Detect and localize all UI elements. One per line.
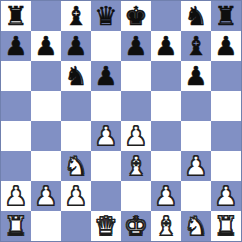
square-c5[interactable] (61, 91, 91, 121)
white-pawn-icon[interactable]: ♟ (184, 153, 207, 179)
black-queen-icon[interactable]: ♛ (94, 3, 117, 29)
square-c3[interactable]: ♞ (61, 151, 91, 181)
square-b5[interactable] (31, 91, 61, 121)
black-bishop-icon[interactable]: ♝ (184, 33, 207, 59)
square-e2[interactable] (121, 181, 151, 211)
square-c4[interactable] (61, 121, 91, 151)
square-b1[interactable] (31, 211, 61, 241)
square-c1[interactable] (61, 211, 91, 241)
square-a4[interactable] (1, 121, 31, 151)
square-h3[interactable] (211, 151, 241, 181)
square-c8[interactable]: ♝ (61, 1, 91, 31)
square-g3[interactable]: ♟ (181, 151, 211, 181)
white-pawn-icon[interactable]: ♟ (154, 183, 177, 209)
square-g1[interactable]: ♞ (181, 211, 211, 241)
white-king-icon[interactable]: ♚ (124, 213, 147, 239)
square-d4[interactable]: ♟ (91, 121, 121, 151)
square-b6[interactable] (31, 61, 61, 91)
square-h2[interactable]: ♟ (211, 181, 241, 211)
square-f4[interactable] (151, 121, 181, 151)
square-f3[interactable] (151, 151, 181, 181)
square-h6[interactable] (211, 61, 241, 91)
square-b7[interactable]: ♟ (31, 31, 61, 61)
square-g8[interactable]: ♞ (181, 1, 211, 31)
black-king-icon[interactable]: ♚ (124, 3, 147, 29)
square-g2[interactable] (181, 181, 211, 211)
square-b8[interactable] (31, 1, 61, 31)
square-a1[interactable]: ♜ (1, 211, 31, 241)
square-d6[interactable]: ♟ (91, 61, 121, 91)
black-pawn-icon[interactable]: ♟ (94, 63, 117, 89)
square-a6[interactable] (1, 61, 31, 91)
square-d3[interactable] (91, 151, 121, 181)
square-d5[interactable] (91, 91, 121, 121)
square-d8[interactable]: ♛ (91, 1, 121, 31)
square-e3[interactable]: ♝ (121, 151, 151, 181)
white-rook-icon[interactable]: ♜ (214, 213, 237, 239)
black-pawn-icon[interactable]: ♟ (4, 33, 27, 59)
white-rook-icon[interactable]: ♜ (4, 213, 27, 239)
square-e7[interactable]: ♟ (121, 31, 151, 61)
square-h7[interactable]: ♟ (211, 31, 241, 61)
square-f5[interactable] (151, 91, 181, 121)
black-pawn-icon[interactable]: ♟ (184, 63, 207, 89)
chess-board: ♜♝♛♚♞♜♟♟♟♟♟♝♟♞♟♟♟♟♞♝♟♟♟♟♟♟♜♛♚♝♞♜ (0, 0, 242, 242)
black-bishop-icon[interactable]: ♝ (64, 3, 87, 29)
white-pawn-icon[interactable]: ♟ (94, 123, 117, 149)
square-h8[interactable]: ♜ (211, 1, 241, 31)
square-a3[interactable] (1, 151, 31, 181)
square-g6[interactable]: ♟ (181, 61, 211, 91)
square-f6[interactable] (151, 61, 181, 91)
square-e4[interactable]: ♟ (121, 121, 151, 151)
square-c6[interactable]: ♞ (61, 61, 91, 91)
square-d1[interactable]: ♛ (91, 211, 121, 241)
square-c7[interactable]: ♟ (61, 31, 91, 61)
square-g5[interactable] (181, 91, 211, 121)
square-c2[interactable]: ♟ (61, 181, 91, 211)
square-f7[interactable]: ♟ (151, 31, 181, 61)
square-a2[interactable]: ♟ (1, 181, 31, 211)
white-queen-icon[interactable]: ♛ (94, 213, 117, 239)
square-e8[interactable]: ♚ (121, 1, 151, 31)
square-d2[interactable] (91, 181, 121, 211)
square-f8[interactable] (151, 1, 181, 31)
square-g4[interactable] (181, 121, 211, 151)
square-h1[interactable]: ♜ (211, 211, 241, 241)
square-h4[interactable] (211, 121, 241, 151)
black-pawn-icon[interactable]: ♟ (64, 33, 87, 59)
square-a7[interactable]: ♟ (1, 31, 31, 61)
white-knight-icon[interactable]: ♞ (184, 213, 207, 239)
square-a5[interactable] (1, 91, 31, 121)
white-bishop-icon[interactable]: ♝ (124, 153, 147, 179)
square-a8[interactable]: ♜ (1, 1, 31, 31)
black-pawn-icon[interactable]: ♟ (124, 33, 147, 59)
square-e6[interactable] (121, 61, 151, 91)
square-b2[interactable]: ♟ (31, 181, 61, 211)
black-knight-icon[interactable]: ♞ (64, 63, 87, 89)
black-pawn-icon[interactable]: ♟ (34, 33, 57, 59)
square-h5[interactable] (211, 91, 241, 121)
square-f1[interactable]: ♝ (151, 211, 181, 241)
white-pawn-icon[interactable]: ♟ (64, 183, 87, 209)
square-g7[interactable]: ♝ (181, 31, 211, 61)
black-rook-icon[interactable]: ♜ (214, 3, 237, 29)
square-e1[interactable]: ♚ (121, 211, 151, 241)
square-d7[interactable] (91, 31, 121, 61)
white-knight-icon[interactable]: ♞ (64, 153, 87, 179)
square-f2[interactable]: ♟ (151, 181, 181, 211)
square-b3[interactable] (31, 151, 61, 181)
white-bishop-icon[interactable]: ♝ (154, 213, 177, 239)
white-pawn-icon[interactable]: ♟ (124, 123, 147, 149)
black-knight-icon[interactable]: ♞ (184, 3, 207, 29)
black-rook-icon[interactable]: ♜ (4, 3, 27, 29)
white-pawn-icon[interactable]: ♟ (214, 183, 237, 209)
black-pawn-icon[interactable]: ♟ (154, 33, 177, 59)
square-b4[interactable] (31, 121, 61, 151)
white-pawn-icon[interactable]: ♟ (4, 183, 27, 209)
white-pawn-icon[interactable]: ♟ (34, 183, 57, 209)
black-pawn-icon[interactable]: ♟ (214, 33, 237, 59)
square-e5[interactable] (121, 91, 151, 121)
